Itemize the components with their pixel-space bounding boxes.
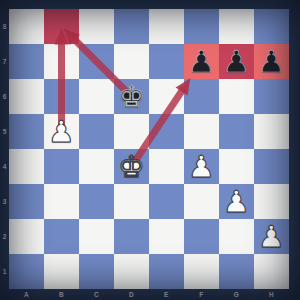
rank-label-7: 7 — [0, 44, 9, 79]
piece-white-pawn-b5[interactable]: ♟ — [44, 114, 79, 149]
piece-black-king-d6[interactable]: ♚ — [114, 79, 149, 114]
file-label-c: C — [79, 289, 114, 300]
file-label-f: F — [184, 289, 219, 300]
file-label-d: D — [114, 289, 149, 300]
rank-label-1: 1 — [0, 254, 9, 289]
rank-label-3: 3 — [0, 184, 9, 219]
piece-black-pawn-f7[interactable]: ♟ — [184, 44, 219, 79]
piece-white-king-d4[interactable]: ♚ — [114, 149, 149, 184]
chessboard-frame: ♟♟♟♚♟♚♟♟♟ 87654321ABCDEFGH — [0, 0, 300, 300]
pieces-layer: ♟♟♟♚♟♚♟♟♟ — [9, 9, 289, 289]
piece-white-pawn-f4[interactable]: ♟ — [184, 149, 219, 184]
file-label-b: B — [44, 289, 79, 300]
rank-label-2: 2 — [0, 219, 9, 254]
file-label-g: G — [219, 289, 254, 300]
piece-black-pawn-g7[interactable]: ♟ — [219, 44, 254, 79]
rank-label-6: 6 — [0, 79, 9, 114]
file-label-h: H — [254, 289, 289, 300]
piece-white-pawn-g3[interactable]: ♟ — [219, 184, 254, 219]
file-label-a: A — [9, 289, 44, 300]
piece-black-pawn-h7[interactable]: ♟ — [254, 44, 289, 79]
file-label-e: E — [149, 289, 184, 300]
rank-label-5: 5 — [0, 114, 9, 149]
rank-label-8: 8 — [0, 9, 9, 44]
piece-white-pawn-h2[interactable]: ♟ — [254, 219, 289, 254]
rank-label-4: 4 — [0, 149, 9, 184]
